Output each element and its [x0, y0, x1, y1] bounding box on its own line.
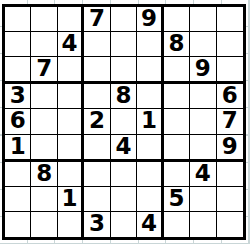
cell-r5c1-given-6[interactable]: 6 — [5, 109, 31, 134]
cell-r8c4-empty[interactable] — [84, 187, 110, 212]
cell-r6c2-empty[interactable] — [31, 135, 57, 162]
cell-r6c4-empty[interactable] — [84, 135, 110, 162]
cell-r8c7-given-5[interactable]: 5 — [164, 187, 190, 212]
cell-r4c5-given-8[interactable]: 8 — [111, 84, 137, 109]
cell-r4c2-empty[interactable] — [31, 84, 57, 109]
cell-r2c1-empty[interactable] — [5, 32, 31, 57]
cell-r8c6-empty[interactable] — [137, 187, 163, 212]
cell-r3c9-empty[interactable] — [217, 57, 243, 84]
cell-r6c9-given-9[interactable]: 9 — [217, 135, 243, 162]
cell-r1c9-empty[interactable] — [217, 7, 243, 32]
spreadsheet-background: 7948793866217149841534 — [0, 0, 250, 244]
cell-r5c8-empty[interactable] — [190, 109, 216, 134]
cell-r1c6-given-9[interactable]: 9 — [137, 7, 163, 32]
cell-r7c4-empty[interactable] — [84, 162, 110, 187]
cell-r8c2-empty[interactable] — [31, 187, 57, 212]
cell-r4c8-empty[interactable] — [190, 84, 216, 109]
cell-r8c1-empty[interactable] — [5, 187, 31, 212]
cell-r2c2-empty[interactable] — [31, 32, 57, 57]
cell-r3c7-empty[interactable] — [164, 57, 190, 84]
cell-r2c6-empty[interactable] — [137, 32, 163, 57]
cell-r1c3-empty[interactable] — [58, 7, 84, 32]
cell-r3c4-empty[interactable] — [84, 57, 110, 84]
cell-r5c2-empty[interactable] — [31, 109, 57, 134]
cell-r8c9-empty[interactable] — [217, 187, 243, 212]
cell-r3c2-given-7[interactable]: 7 — [31, 57, 57, 84]
cell-r2c9-empty[interactable] — [217, 32, 243, 57]
cell-r1c1-empty[interactable] — [5, 7, 31, 32]
cell-r9c4-given-3[interactable]: 3 — [84, 212, 110, 237]
cell-r4c7-empty[interactable] — [164, 84, 190, 109]
cell-r1c5-empty[interactable] — [111, 7, 137, 32]
cell-r9c5-empty[interactable] — [111, 212, 137, 237]
cell-r2c3-given-4[interactable]: 4 — [58, 32, 84, 57]
cell-r7c3-empty[interactable] — [58, 162, 84, 187]
cell-r6c3-empty[interactable] — [58, 135, 84, 162]
cell-r8c8-empty[interactable] — [190, 187, 216, 212]
cell-r8c3-given-1[interactable]: 1 — [58, 187, 84, 212]
cell-r1c8-empty[interactable] — [190, 7, 216, 32]
cell-r9c7-empty[interactable] — [164, 212, 190, 237]
cell-r6c5-given-4[interactable]: 4 — [111, 135, 137, 162]
cell-r2c7-given-8[interactable]: 8 — [164, 32, 190, 57]
cell-r7c1-empty[interactable] — [5, 162, 31, 187]
cell-r9c8-empty[interactable] — [190, 212, 216, 237]
cell-r9c1-empty[interactable] — [5, 212, 31, 237]
cell-r1c7-empty[interactable] — [164, 7, 190, 32]
cell-r6c8-empty[interactable] — [190, 135, 216, 162]
cell-r7c8-given-4[interactable]: 4 — [190, 162, 216, 187]
cell-r6c6-empty[interactable] — [137, 135, 163, 162]
cell-r7c6-empty[interactable] — [137, 162, 163, 187]
cell-r9c3-empty[interactable] — [58, 212, 84, 237]
cell-r3c1-empty[interactable] — [5, 57, 31, 84]
cell-r2c8-empty[interactable] — [190, 32, 216, 57]
cell-r2c4-empty[interactable] — [84, 32, 110, 57]
cell-r4c3-empty[interactable] — [58, 84, 84, 109]
cell-r4c9-given-6[interactable]: 6 — [217, 84, 243, 109]
cell-r5c9-given-7[interactable]: 7 — [217, 109, 243, 134]
cell-r7c5-empty[interactable] — [111, 162, 137, 187]
cell-r7c7-empty[interactable] — [164, 162, 190, 187]
cell-r5c7-empty[interactable] — [164, 109, 190, 134]
cell-r3c6-empty[interactable] — [137, 57, 163, 84]
cell-r4c4-empty[interactable] — [84, 84, 110, 109]
cell-r4c6-empty[interactable] — [137, 84, 163, 109]
cell-r2c5-empty[interactable] — [111, 32, 137, 57]
cell-r7c9-empty[interactable] — [217, 162, 243, 187]
cell-r5c3-empty[interactable] — [58, 109, 84, 134]
cell-r9c6-given-4[interactable]: 4 — [137, 212, 163, 237]
cell-r6c7-empty[interactable] — [164, 135, 190, 162]
cell-r1c2-empty[interactable] — [31, 7, 57, 32]
cell-r1c4-given-7[interactable]: 7 — [84, 7, 110, 32]
cell-r5c5-empty[interactable] — [111, 109, 137, 134]
sudoku-board: 7948793866217149841534 — [2, 4, 246, 240]
cell-r3c3-empty[interactable] — [58, 57, 84, 84]
cell-r4c1-given-3[interactable]: 3 — [5, 84, 31, 109]
cell-r9c9-empty[interactable] — [217, 212, 243, 237]
cell-r7c2-given-8[interactable]: 8 — [31, 162, 57, 187]
cell-r6c1-given-1[interactable]: 1 — [5, 135, 31, 162]
cell-r3c5-empty[interactable] — [111, 57, 137, 84]
cell-r5c6-given-1[interactable]: 1 — [137, 109, 163, 134]
cell-r3c8-given-9[interactable]: 9 — [190, 57, 216, 84]
cell-r8c5-empty[interactable] — [111, 187, 137, 212]
cell-r5c4-given-2[interactable]: 2 — [84, 109, 110, 134]
cell-r9c2-empty[interactable] — [31, 212, 57, 237]
